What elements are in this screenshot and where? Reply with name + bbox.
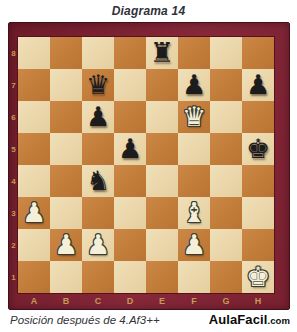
position-caption: Posición después de 4.Af3++ bbox=[10, 314, 160, 326]
rank-label-4: 4 bbox=[9, 165, 18, 197]
square-a6 bbox=[18, 101, 50, 133]
black-rook-e8: ♜ bbox=[150, 37, 174, 69]
square-e2 bbox=[146, 229, 178, 261]
file-labels: ABCDEFGH bbox=[18, 293, 274, 309]
square-d6 bbox=[114, 101, 146, 133]
square-a2 bbox=[18, 229, 50, 261]
square-e4 bbox=[146, 165, 178, 197]
rank-label-5: 5 bbox=[9, 133, 18, 165]
square-c4: ♞ bbox=[82, 165, 114, 197]
square-f7: ♟ bbox=[178, 69, 210, 101]
square-b6 bbox=[50, 101, 82, 133]
rank-label-1: 1 bbox=[9, 261, 18, 293]
square-h3 bbox=[242, 197, 274, 229]
square-h2 bbox=[242, 229, 274, 261]
brand-tld: .com bbox=[267, 315, 290, 326]
file-label-g: G bbox=[210, 293, 242, 309]
rank-labels: 87654321 bbox=[9, 37, 18, 293]
square-d8 bbox=[114, 37, 146, 69]
rank-label-7: 7 bbox=[9, 69, 18, 101]
square-b5 bbox=[50, 133, 82, 165]
square-c7: ♛ bbox=[82, 69, 114, 101]
square-e1 bbox=[146, 261, 178, 293]
footer: Posición después de 4.Af3++ AulaFacil.co… bbox=[0, 312, 297, 332]
square-h1: ♚ bbox=[242, 261, 274, 293]
file-label-f: F bbox=[178, 293, 210, 309]
white-pawn-b2: ♟ bbox=[54, 229, 78, 261]
square-a1 bbox=[18, 261, 50, 293]
black-king-h5: ♚ bbox=[246, 133, 270, 165]
file-label-b: B bbox=[50, 293, 82, 309]
brand-logo: AulaFacil.com bbox=[209, 312, 290, 327]
square-c8 bbox=[82, 37, 114, 69]
square-e6 bbox=[146, 101, 178, 133]
file-label-c: C bbox=[82, 293, 114, 309]
rank-label-2: 2 bbox=[9, 229, 18, 261]
black-queen-c7: ♛ bbox=[86, 69, 110, 101]
white-pawn-f2: ♟ bbox=[182, 229, 206, 261]
square-g3 bbox=[210, 197, 242, 229]
square-g5 bbox=[210, 133, 242, 165]
square-f6: ♛ bbox=[178, 101, 210, 133]
square-h6 bbox=[242, 101, 274, 133]
black-pawn-f7: ♟ bbox=[182, 69, 206, 101]
white-queen-f6: ♛ bbox=[182, 101, 206, 133]
square-e7 bbox=[146, 69, 178, 101]
file-label-d: D bbox=[114, 293, 146, 309]
file-label-e: E bbox=[146, 293, 178, 309]
white-king-h1: ♚ bbox=[246, 261, 270, 293]
square-f8 bbox=[178, 37, 210, 69]
square-g4 bbox=[210, 165, 242, 197]
square-e3 bbox=[146, 197, 178, 229]
square-b7 bbox=[50, 69, 82, 101]
square-d1 bbox=[114, 261, 146, 293]
square-f1 bbox=[178, 261, 210, 293]
square-h8 bbox=[242, 37, 274, 69]
square-a5 bbox=[18, 133, 50, 165]
square-b3 bbox=[50, 197, 82, 229]
square-d5: ♟ bbox=[114, 133, 146, 165]
square-b2: ♟ bbox=[50, 229, 82, 261]
black-pawn-d5: ♟ bbox=[118, 133, 142, 165]
square-a3: ♟ bbox=[18, 197, 50, 229]
square-a8 bbox=[18, 37, 50, 69]
square-c3 bbox=[82, 197, 114, 229]
rank-label-6: 6 bbox=[9, 101, 18, 133]
brand-name: AulaFacil bbox=[209, 312, 268, 327]
square-d2 bbox=[114, 229, 146, 261]
square-a4 bbox=[18, 165, 50, 197]
square-b8 bbox=[50, 37, 82, 69]
square-c6: ♟ bbox=[82, 101, 114, 133]
square-d7 bbox=[114, 69, 146, 101]
square-c5 bbox=[82, 133, 114, 165]
square-h7: ♟ bbox=[242, 69, 274, 101]
square-c2: ♟ bbox=[82, 229, 114, 261]
square-f3: ♝ bbox=[178, 197, 210, 229]
square-c1 bbox=[82, 261, 114, 293]
square-f4 bbox=[178, 165, 210, 197]
file-label-a: A bbox=[18, 293, 50, 309]
rank-label-8: 8 bbox=[9, 37, 18, 69]
white-pawn-a3: ♟ bbox=[22, 197, 46, 229]
black-knight-c4: ♞ bbox=[86, 165, 110, 197]
square-g6 bbox=[210, 101, 242, 133]
square-h5: ♚ bbox=[242, 133, 274, 165]
square-g2 bbox=[210, 229, 242, 261]
square-d4 bbox=[114, 165, 146, 197]
rank-label-3: 3 bbox=[9, 197, 18, 229]
square-f5 bbox=[178, 133, 210, 165]
square-e5 bbox=[146, 133, 178, 165]
file-label-h: H bbox=[242, 293, 274, 309]
square-b4 bbox=[50, 165, 82, 197]
diagram-title: Diagrama 14 bbox=[0, 2, 297, 20]
black-pawn-h7: ♟ bbox=[246, 69, 270, 101]
white-pawn-c2: ♟ bbox=[86, 229, 110, 261]
square-a7 bbox=[18, 69, 50, 101]
square-d3 bbox=[114, 197, 146, 229]
square-e8: ♜ bbox=[146, 37, 178, 69]
square-h4 bbox=[242, 165, 274, 197]
square-g7 bbox=[210, 69, 242, 101]
square-g8 bbox=[210, 37, 242, 69]
square-b1 bbox=[50, 261, 82, 293]
square-g1 bbox=[210, 261, 242, 293]
chess-board-frame: 87654321 ♜♛♟♟♟♛♟♚♞♟♝♟♟♟♚ ABCDEFGH bbox=[8, 22, 290, 310]
white-bishop-f3: ♝ bbox=[182, 197, 206, 229]
black-pawn-c6: ♟ bbox=[86, 101, 110, 133]
square-f2: ♟ bbox=[178, 229, 210, 261]
chess-board: ♜♛♟♟♟♛♟♚♞♟♝♟♟♟♚ bbox=[18, 37, 274, 293]
